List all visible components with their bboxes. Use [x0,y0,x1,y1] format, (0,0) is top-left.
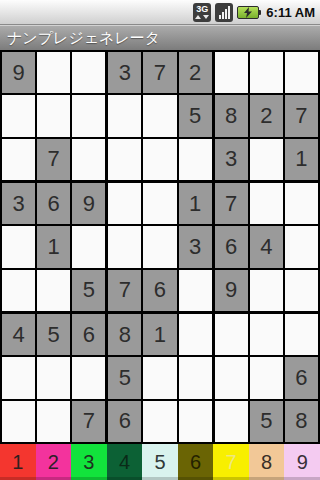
sudoku-cell-r3c4[interactable] [108,139,141,180]
download-arrow-icon [203,15,209,19]
sudoku-cell-r7c2[interactable]: 5 [37,314,70,355]
sudoku-cell-r3c5[interactable] [143,139,176,180]
sudoku-cell-r2c7[interactable]: 8 [215,95,248,136]
sudoku-cell-r7c1[interactable]: 4 [2,314,35,355]
sudoku-cell-r8c6[interactable] [179,357,212,398]
sudoku-cell-r7c4[interactable]: 8 [108,314,141,355]
sudoku-cell-r5c2[interactable]: 1 [37,226,70,267]
sudoku-cell-r3c1[interactable] [2,139,35,180]
app-title: ナンプレジェネレータ [7,29,160,48]
title-bar: ナンプレジェネレータ [0,25,320,50]
sudoku-cell-r5c5[interactable] [143,226,176,267]
clock-time: 6:11 AM [266,5,315,20]
sudoku-cell-r5c7[interactable]: 6 [215,226,248,267]
data-traffic-arrows-icon [195,15,209,19]
sudoku-cell-r1c6[interactable]: 2 [179,52,212,93]
palette-number-7[interactable]: 7 [213,444,249,480]
sudoku-cell-r6c2[interactable] [37,270,70,311]
sudoku-cell-r9c4[interactable]: 6 [108,401,141,442]
sudoku-box-2: 3725 [108,52,211,180]
signal-strength-icon [215,3,233,22]
sudoku-cell-r5c8[interactable]: 4 [250,226,283,267]
sudoku-cell-r3c9[interactable]: 1 [285,139,318,180]
sudoku-cell-r4c6[interactable]: 1 [179,183,212,224]
sudoku-box-1: 97 [2,52,105,180]
sudoku-cell-r6c1[interactable] [2,270,35,311]
palette-number-5[interactable]: 5 [142,444,178,480]
sudoku-cell-r6c9[interactable] [285,270,318,311]
sudoku-cell-r8c1[interactable] [2,357,35,398]
sudoku-box-8: 8156 [108,314,211,442]
sudoku-cell-r1c3[interactable] [72,52,105,93]
palette-number-9[interactable]: 9 [284,444,320,480]
sudoku-cell-r2c1[interactable] [2,95,35,136]
sudoku-cell-r2c5[interactable] [143,95,176,136]
status-bar: 3G 6:11 AM [0,0,320,25]
sudoku-cell-r4c8[interactable] [250,183,283,224]
sudoku-cell-r6c3[interactable]: 5 [72,270,105,311]
sudoku-cell-r8c3[interactable] [72,357,105,398]
sudoku-cell-r1c7[interactable] [215,52,248,93]
sudoku-cell-r2c2[interactable] [37,95,70,136]
mobile-data-3g-icon: 3G [193,3,211,22]
sudoku-cell-r3c6[interactable] [179,139,212,180]
sudoku-cell-r4c7[interactable]: 7 [215,183,248,224]
sudoku-cell-r8c2[interactable] [37,357,70,398]
number-palette: 123456789 [0,444,320,480]
sudoku-cell-r9c3[interactable]: 7 [72,401,105,442]
sudoku-cell-r4c3[interactable]: 9 [72,183,105,224]
sudoku-cell-r3c2[interactable]: 7 [37,139,70,180]
palette-number-4[interactable]: 4 [107,444,143,480]
sudoku-cell-r2c8[interactable]: 2 [250,95,283,136]
sudoku-cell-r1c1[interactable]: 9 [2,52,35,93]
battery-charging-icon [237,6,259,19]
sudoku-box-3: 82731 [215,52,318,180]
sudoku-cell-r3c7[interactable]: 3 [215,139,248,180]
palette-number-1[interactable]: 1 [0,444,36,480]
sudoku-cell-r4c2[interactable]: 6 [37,183,70,224]
upload-arrow-icon [195,15,201,19]
sudoku-cell-r5c4[interactable] [108,226,141,267]
sudoku-cell-r7c8[interactable] [250,314,283,355]
sudoku-cell-r3c8[interactable] [250,139,283,180]
palette-number-3[interactable]: 3 [71,444,107,480]
sudoku-cell-r7c6[interactable] [179,314,212,355]
lightning-bolt-icon [244,7,252,18]
sudoku-cell-r8c7[interactable] [215,357,248,398]
phone-screen: 3G 6:11 AM ナンプレジェネレータ 973725827313691513… [0,0,320,480]
sudoku-cell-r5c3[interactable] [72,226,105,267]
sudoku-cell-r8c9[interactable]: 6 [285,357,318,398]
sudoku-cell-r9c9[interactable]: 8 [285,401,318,442]
palette-number-8[interactable]: 8 [249,444,285,480]
palette-number-6[interactable]: 6 [178,444,214,480]
sudoku-cell-r9c1[interactable] [2,401,35,442]
sudoku-cell-r2c6[interactable]: 5 [179,95,212,136]
sudoku-cell-r2c3[interactable] [72,95,105,136]
sudoku-cell-r5c9[interactable] [285,226,318,267]
sudoku-cell-r6c4[interactable]: 7 [108,270,141,311]
sudoku-cell-r8c5[interactable] [143,357,176,398]
sudoku-cell-r1c5[interactable]: 7 [143,52,176,93]
sudoku-cell-r9c8[interactable]: 5 [250,401,283,442]
sudoku-cell-r4c4[interactable] [108,183,141,224]
sudoku-box-9: 658 [215,314,318,442]
sudoku-cell-r9c2[interactable] [37,401,70,442]
sudoku-box-6: 7649 [215,183,318,311]
sudoku-cell-r6c6[interactable] [179,270,212,311]
sudoku-cell-r2c4[interactable] [108,95,141,136]
sudoku-cell-r2c9[interactable]: 7 [285,95,318,136]
sudoku-cell-r6c8[interactable] [250,270,283,311]
sudoku-box-4: 36915 [2,183,105,311]
sudoku-cell-r7c9[interactable] [285,314,318,355]
palette-number-2[interactable]: 2 [36,444,72,480]
sudoku-cell-r9c6[interactable] [179,401,212,442]
sudoku-cell-r7c7[interactable] [215,314,248,355]
sudoku-cell-r9c5[interactable] [143,401,176,442]
sudoku-cell-r4c9[interactable] [285,183,318,224]
sudoku-cell-r8c8[interactable] [250,357,283,398]
sudoku-cell-r8c4[interactable]: 5 [108,357,141,398]
sudoku-cell-r6c7[interactable]: 9 [215,270,248,311]
sudoku-cell-r1c4[interactable]: 3 [108,52,141,93]
sudoku-cell-r1c2[interactable] [37,52,70,93]
sudoku-cell-r6c5[interactable]: 6 [143,270,176,311]
sudoku-box-7: 4567 [2,314,105,442]
sudoku-cell-r3c3[interactable] [72,139,105,180]
3g-label: 3G [196,5,208,14]
sudoku-cell-r4c5[interactable] [143,183,176,224]
sudoku-box-5: 1376 [108,183,211,311]
sudoku-cell-r7c3[interactable]: 6 [72,314,105,355]
sudoku-cell-r7c5[interactable]: 1 [143,314,176,355]
sudoku-board: 97372582731369151376764945678156658 [0,50,320,444]
sudoku-cell-r5c1[interactable] [2,226,35,267]
sudoku-cell-r5c6[interactable]: 3 [179,226,212,267]
sudoku-cell-r1c9[interactable] [285,52,318,93]
sudoku-cell-r4c1[interactable]: 3 [2,183,35,224]
sudoku-cell-r9c7[interactable] [215,401,248,442]
sudoku-cell-r1c8[interactable] [250,52,283,93]
